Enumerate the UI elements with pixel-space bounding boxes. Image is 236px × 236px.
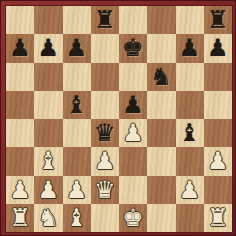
square-b8[interactable] — [34, 6, 62, 34]
square-f8[interactable] — [147, 6, 175, 34]
white-pawn[interactable]: ♟ — [66, 176, 88, 204]
black-queen[interactable]: ♛ — [94, 119, 116, 147]
square-d5[interactable] — [91, 91, 119, 119]
black-bishop[interactable]: ♝ — [179, 119, 201, 147]
chess-board: ♜♜♟♟♟♚♟♟♞♝♟♛♟♝♝♟♟♟♟♟♛♟♜♞♝♚♜ — [6, 6, 232, 232]
black-pawn[interactable]: ♟ — [9, 34, 31, 62]
square-b1[interactable]: ♞ — [34, 204, 62, 232]
square-h5[interactable] — [204, 91, 232, 119]
square-e2[interactable] — [119, 176, 147, 204]
square-c2[interactable]: ♟ — [63, 176, 91, 204]
black-pawn[interactable]: ♟ — [207, 34, 229, 62]
white-king[interactable]: ♚ — [122, 204, 144, 232]
square-g6[interactable] — [176, 63, 204, 91]
square-e3[interactable] — [119, 147, 147, 175]
square-a6[interactable] — [6, 63, 34, 91]
black-pawn[interactable]: ♟ — [66, 34, 88, 62]
square-e4[interactable]: ♟ — [119, 119, 147, 147]
square-e7[interactable]: ♚ — [119, 34, 147, 62]
square-d8[interactable]: ♜ — [91, 6, 119, 34]
square-g4[interactable]: ♝ — [176, 119, 204, 147]
square-e5[interactable]: ♟ — [119, 91, 147, 119]
square-g2[interactable]: ♟ — [176, 176, 204, 204]
square-b6[interactable] — [34, 63, 62, 91]
square-h1[interactable]: ♜ — [204, 204, 232, 232]
square-g7[interactable]: ♟ — [176, 34, 204, 62]
square-f6[interactable]: ♞ — [147, 63, 175, 91]
square-a1[interactable]: ♜ — [6, 204, 34, 232]
square-e6[interactable] — [119, 63, 147, 91]
square-d2[interactable]: ♛ — [91, 176, 119, 204]
square-f7[interactable] — [147, 34, 175, 62]
board-frame: ♜♜♟♟♟♚♟♟♞♝♟♛♟♝♝♟♟♟♟♟♛♟♜♞♝♚♜ — [0, 0, 236, 236]
black-knight[interactable]: ♞ — [151, 63, 173, 91]
white-knight[interactable]: ♞ — [38, 204, 60, 232]
square-b7[interactable]: ♟ — [34, 34, 62, 62]
square-a7[interactable]: ♟ — [6, 34, 34, 62]
square-h4[interactable] — [204, 119, 232, 147]
square-g5[interactable] — [176, 91, 204, 119]
square-c3[interactable] — [63, 147, 91, 175]
black-pawn[interactable]: ♟ — [179, 34, 201, 62]
white-pawn[interactable]: ♟ — [207, 147, 229, 175]
square-f3[interactable] — [147, 147, 175, 175]
square-e1[interactable]: ♚ — [119, 204, 147, 232]
white-bishop[interactable]: ♝ — [66, 204, 88, 232]
black-rook[interactable]: ♜ — [94, 6, 116, 34]
square-e8[interactable] — [119, 6, 147, 34]
square-c1[interactable]: ♝ — [63, 204, 91, 232]
square-c6[interactable] — [63, 63, 91, 91]
square-b2[interactable]: ♟ — [34, 176, 62, 204]
square-c4[interactable] — [63, 119, 91, 147]
white-pawn[interactable]: ♟ — [94, 147, 116, 175]
square-f1[interactable] — [147, 204, 175, 232]
square-h2[interactable] — [204, 176, 232, 204]
square-b3[interactable]: ♝ — [34, 147, 62, 175]
square-f4[interactable] — [147, 119, 175, 147]
square-a5[interactable] — [6, 91, 34, 119]
square-d1[interactable] — [91, 204, 119, 232]
square-a3[interactable] — [6, 147, 34, 175]
square-c8[interactable] — [63, 6, 91, 34]
black-king[interactable]: ♚ — [122, 34, 144, 62]
white-pawn[interactable]: ♟ — [9, 176, 31, 204]
square-g3[interactable] — [176, 147, 204, 175]
black-pawn[interactable]: ♟ — [38, 34, 60, 62]
square-f2[interactable] — [147, 176, 175, 204]
square-h3[interactable]: ♟ — [204, 147, 232, 175]
square-b4[interactable] — [34, 119, 62, 147]
black-rook[interactable]: ♜ — [207, 6, 229, 34]
square-c7[interactable]: ♟ — [63, 34, 91, 62]
square-h6[interactable] — [204, 63, 232, 91]
square-g8[interactable] — [176, 6, 204, 34]
white-pawn[interactable]: ♟ — [122, 119, 144, 147]
square-b5[interactable] — [34, 91, 62, 119]
white-rook[interactable]: ♜ — [9, 204, 31, 232]
square-f5[interactable] — [147, 91, 175, 119]
square-d7[interactable] — [91, 34, 119, 62]
square-g1[interactable] — [176, 204, 204, 232]
square-a2[interactable]: ♟ — [6, 176, 34, 204]
white-pawn[interactable]: ♟ — [179, 176, 201, 204]
black-bishop[interactable]: ♝ — [66, 91, 88, 119]
square-h7[interactable]: ♟ — [204, 34, 232, 62]
white-queen[interactable]: ♛ — [94, 176, 116, 204]
square-a4[interactable] — [6, 119, 34, 147]
square-d3[interactable]: ♟ — [91, 147, 119, 175]
square-d6[interactable] — [91, 63, 119, 91]
black-pawn[interactable]: ♟ — [122, 91, 144, 119]
square-d4[interactable]: ♛ — [91, 119, 119, 147]
white-pawn[interactable]: ♟ — [38, 176, 60, 204]
square-h8[interactable]: ♜ — [204, 6, 232, 34]
white-bishop[interactable]: ♝ — [38, 147, 60, 175]
square-a8[interactable] — [6, 6, 34, 34]
square-c5[interactable]: ♝ — [63, 91, 91, 119]
white-rook[interactable]: ♜ — [207, 204, 229, 232]
